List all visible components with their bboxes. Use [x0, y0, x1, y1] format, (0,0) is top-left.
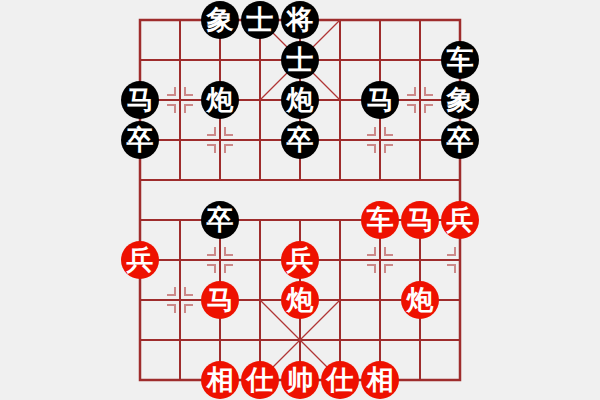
pieces-layer: 象士将士车马炮炮马象卒卒卒卒车马兵兵兵马炮炮相仕帅仕相 [0, 0, 600, 400]
xiangqi-board: 象士将士车马炮炮马象卒卒卒卒车马兵兵兵马炮炮相仕帅仕相 [0, 0, 600, 400]
piece-black-advisor[interactable]: 士 [241, 1, 279, 39]
piece-red-cannon[interactable]: 炮 [281, 281, 319, 319]
piece-black-cannon[interactable]: 炮 [281, 81, 319, 119]
xiangqi-app: 象士将士车马炮炮马象卒卒卒卒车马兵兵兵马炮炮相仕帅仕相 [0, 0, 600, 400]
piece-black-cannon[interactable]: 炮 [201, 81, 239, 119]
piece-red-soldier[interactable]: 兵 [281, 241, 319, 279]
piece-black-chariot[interactable]: 车 [441, 41, 479, 79]
piece-red-advisor[interactable]: 仕 [321, 361, 359, 399]
piece-red-general[interactable]: 帅 [281, 361, 319, 399]
piece-red-chariot[interactable]: 车 [361, 201, 399, 239]
piece-black-horse[interactable]: 马 [361, 81, 399, 119]
piece-red-horse[interactable]: 马 [401, 201, 439, 239]
piece-black-general[interactable]: 将 [281, 1, 319, 39]
piece-red-advisor[interactable]: 仕 [241, 361, 279, 399]
piece-black-soldier[interactable]: 卒 [201, 201, 239, 239]
piece-black-advisor[interactable]: 士 [281, 41, 319, 79]
piece-black-elephant[interactable]: 象 [441, 81, 479, 119]
piece-red-soldier[interactable]: 兵 [121, 241, 159, 279]
piece-black-horse[interactable]: 马 [121, 81, 159, 119]
piece-red-elephant[interactable]: 相 [201, 361, 239, 399]
piece-red-soldier[interactable]: 兵 [441, 201, 479, 239]
piece-black-soldier[interactable]: 卒 [121, 121, 159, 159]
piece-black-soldier[interactable]: 卒 [281, 121, 319, 159]
piece-red-elephant[interactable]: 相 [361, 361, 399, 399]
piece-red-horse[interactable]: 马 [201, 281, 239, 319]
piece-black-elephant[interactable]: 象 [201, 1, 239, 39]
piece-red-cannon[interactable]: 炮 [401, 281, 439, 319]
piece-black-soldier[interactable]: 卒 [441, 121, 479, 159]
